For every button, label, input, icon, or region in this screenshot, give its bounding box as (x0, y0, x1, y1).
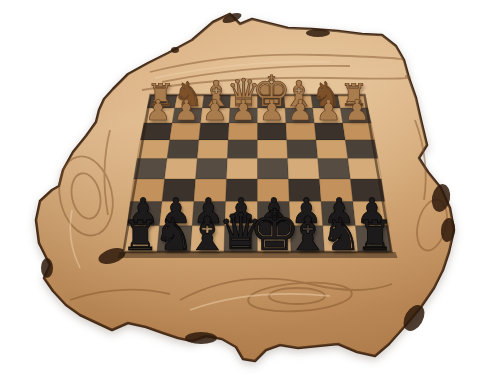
square-b5[interactable] (165, 159, 198, 180)
square-f5[interactable] (288, 159, 320, 180)
square-e4[interactable] (258, 140, 288, 159)
square-e5[interactable] (258, 159, 289, 180)
black-rook[interactable]: ♜ (333, 215, 416, 257)
square-b4[interactable] (167, 140, 199, 159)
product-photo: ♜♞♝♛♚♝♞♜♟♟♟♟♟♟♟♟♟♟♟♟♟♟♟♟♜♞♝♛♚♝♞♜ (0, 0, 500, 375)
square-c4[interactable] (197, 140, 228, 159)
white-pawn[interactable]: ♟ (329, 97, 386, 126)
square-g5[interactable] (318, 159, 351, 180)
square-d5[interactable] (227, 159, 258, 180)
square-f4[interactable] (287, 140, 318, 159)
square-d4[interactable] (227, 140, 257, 159)
square-g4[interactable] (316, 140, 348, 159)
square-c5[interactable] (196, 159, 228, 180)
chess-board[interactable] (0, 0, 500, 375)
